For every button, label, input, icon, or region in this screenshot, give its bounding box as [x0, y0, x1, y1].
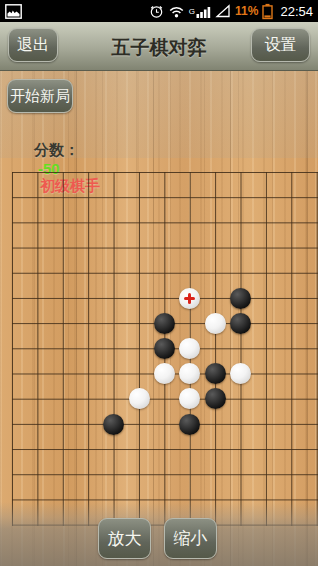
title-bar: 退出 五子棋对弈 设置: [0, 22, 318, 72]
settings-button[interactable]: 设置: [251, 28, 310, 62]
gomoku-app: G 11% 22:54 退出 五子棋对弈 设置 开始新局 分数： -50 初级棋…: [0, 0, 318, 566]
zoom-in-button[interactable]: 放大: [98, 518, 151, 559]
gomoku-board[interactable]: [12, 172, 318, 526]
new-game-button[interactable]: 开始新局: [7, 79, 73, 113]
bottom-bar: 放大 缩小: [0, 502, 318, 566]
wifi-icon: [168, 4, 185, 18]
score-label: 分数：: [34, 141, 79, 158]
network-type-label: G: [189, 5, 195, 16]
wood-background: 开始新局 分数： -50 初级棋手 放大 缩小: [0, 71, 318, 566]
alarm-clock-icon: [149, 4, 164, 19]
battery-percent-label: 11%: [235, 4, 258, 18]
gallery-icon: [5, 4, 22, 19]
zoom-out-button[interactable]: 缩小: [164, 518, 217, 559]
battery-icon: [262, 3, 273, 20]
roaming-triangle-icon: [215, 4, 231, 18]
status-bar: G 11% 22:54: [0, 0, 318, 22]
signal-bars-icon: G: [189, 5, 211, 18]
clock-time: 22:54: [280, 4, 313, 19]
